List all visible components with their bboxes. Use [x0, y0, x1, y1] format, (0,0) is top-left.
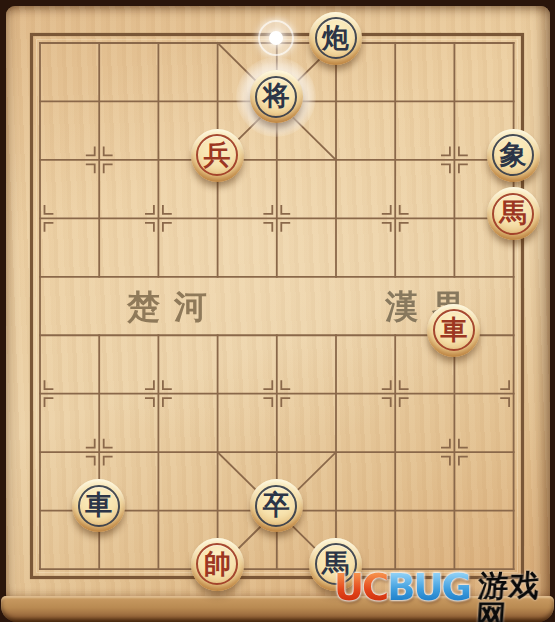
piece-character: 帥 — [191, 538, 244, 591]
piece-red-general[interactable]: 帥 — [191, 538, 244, 591]
watermark-bug: BUG — [387, 569, 470, 606]
last-move-indicator — [258, 20, 294, 56]
piece-red-horse[interactable]: 馬 — [487, 187, 540, 240]
piece-black-chariot[interactable]: 車 — [72, 479, 125, 532]
piece-red-pawn[interactable]: 兵 — [191, 129, 244, 182]
piece-black-general[interactable]: 将 — [250, 70, 303, 123]
piece-character: 兵 — [191, 129, 244, 182]
piece-character: 車 — [72, 479, 125, 532]
watermark-logo-row: UCBUG 游戏网 — [334, 569, 555, 622]
watermark-site-name: 游戏网 — [475, 571, 555, 622]
piece-character: 馬 — [487, 187, 540, 240]
piece-layer: 炮将兵象馬車車卒帥馬 — [10, 14, 543, 598]
piece-character: 車 — [427, 304, 480, 357]
xiangqi-game-screen: 楚河 漢界 炮将兵象馬車車卒帥馬 UCBUG 游戏网 .com — [0, 0, 555, 622]
piece-red-chariot[interactable]: 車 — [427, 304, 480, 357]
watermark-uc: UC — [334, 569, 387, 606]
piece-black-elephant[interactable]: 象 — [487, 129, 540, 182]
watermark: UCBUG 游戏网 .com — [334, 569, 555, 622]
piece-character: 象 — [487, 129, 540, 182]
piece-character: 将 — [250, 70, 303, 123]
piece-character: 卒 — [250, 479, 303, 532]
piece-black-pawn[interactable]: 卒 — [250, 479, 303, 532]
piece-character: 炮 — [309, 12, 362, 65]
piece-black-cannon[interactable]: 炮 — [309, 12, 362, 65]
